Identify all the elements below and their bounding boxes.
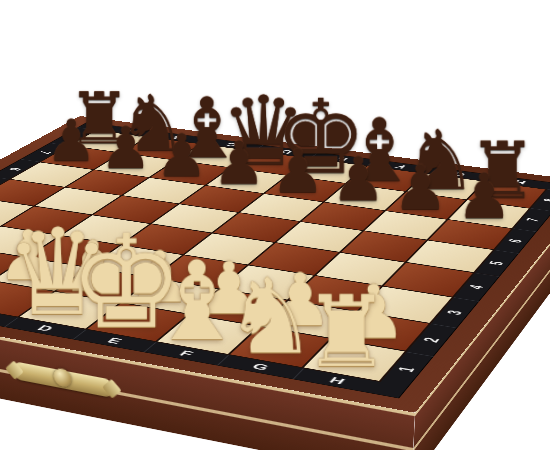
chess-board: ABCDEFGH ABCDEFGH 87654321 87654321 ♜♞♝♛… bbox=[0, 116, 550, 413]
brass-clasp bbox=[6, 354, 120, 407]
photo-scene: ABCDEFGH ABCDEFGH 87654321 87654321 ♜♞♝♛… bbox=[0, 0, 550, 450]
piece-white-rook-h1: ♜ bbox=[274, 283, 419, 382]
